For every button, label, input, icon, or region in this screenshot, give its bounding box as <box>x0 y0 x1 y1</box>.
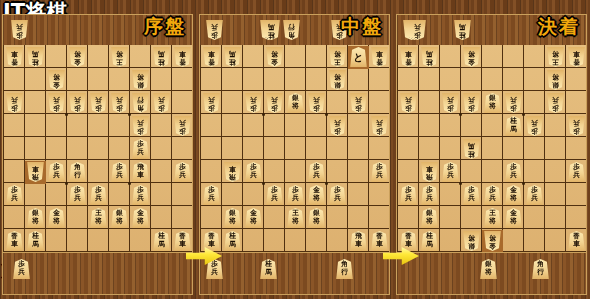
shogi-piece-P-sente[interactable]: 歩兵 <box>442 162 459 182</box>
shogi-piece-S-sente[interactable]: 銀将 <box>308 208 325 228</box>
piece-kanji: 馬 <box>32 49 39 57</box>
piece-kanji: 車 <box>405 49 412 57</box>
shogi-piece-P-gote[interactable]: 歩兵 <box>266 93 283 113</box>
shogi-piece-K-sente[interactable]: 王将 <box>484 208 501 228</box>
piece-kanji: 兵 <box>334 195 341 203</box>
shogi-piece-P-gote[interactable]: 歩兵 <box>442 93 459 113</box>
piece-kanji: 兵 <box>137 149 144 157</box>
piece-kanji: 将 <box>32 218 39 226</box>
shogi-piece-P-sente[interactable]: 歩兵 <box>505 162 522 182</box>
piece-kanji: 金 <box>53 80 60 88</box>
piece-kanji: 兵 <box>510 172 517 180</box>
piece-kanji: 歩 <box>531 126 538 134</box>
piece-kanji: 将 <box>510 195 517 203</box>
piece-kanji: 車 <box>208 49 215 57</box>
shogi-piece-P-sente[interactable]: 歩兵 <box>371 162 388 182</box>
shogi-board-3: 歩兵歩兵歩兵桂馬香車桂馬金将王将香車銀将歩兵歩兵歩兵銀将歩兵歩兵桂馬歩兵歩兵桂馬… <box>396 14 587 295</box>
piece-kanji: 兵 <box>510 95 517 103</box>
hoshi-dot <box>325 182 328 185</box>
piece-kanji: 歩 <box>414 30 421 38</box>
piece-kanji: 車 <box>11 241 18 249</box>
shogi-piece-G-gote[interactable]: 金将 <box>463 47 480 67</box>
shogi-piece-G-sente[interactable]: 金将 <box>505 208 522 228</box>
shogi-piece-S-sente[interactable]: 銀将 <box>484 93 501 113</box>
piece-kanji: 将 <box>468 233 475 241</box>
piece-kanji: 歩 <box>250 103 257 111</box>
piece-kanji: 馬 <box>229 241 236 249</box>
shogi-piece-P-sente[interactable]: 歩兵 <box>266 185 283 205</box>
shogi-piece-N-sente[interactable]: 桂馬 <box>421 231 438 251</box>
shogi-piece-P-gote[interactable]: 歩兵 <box>308 93 325 113</box>
piece-kanji: 車 <box>376 241 383 249</box>
piece-kanji: 兵 <box>53 95 60 103</box>
piece-kanji: 将 <box>334 49 341 57</box>
hoshi-dot <box>65 182 68 185</box>
shogi-piece-P-gote[interactable]: 歩兵 <box>132 116 149 136</box>
shogi-piece-G-gote[interactable]: 金将 <box>484 231 501 251</box>
shogi-piece-B-sente[interactable]: 角行 <box>532 259 549 279</box>
piece-kanji: 将 <box>468 49 475 57</box>
piece-kanji: 兵 <box>313 95 320 103</box>
piece-kanji: 馬 <box>32 241 39 249</box>
shogi-piece-P-sente[interactable]: 歩兵 <box>400 185 417 205</box>
piece-kanji: 歩 <box>376 126 383 134</box>
piece-kanji: 兵 <box>271 95 278 103</box>
piece-kanji: 銀 <box>552 80 559 88</box>
piece-kanji: 歩 <box>313 103 320 111</box>
piece-kanji: 兵 <box>573 118 580 126</box>
board-grid[interactable]: 香車桂馬金将王将香車銀将歩兵歩兵歩兵銀将歩兵歩兵桂馬歩兵歩兵桂馬飛車歩兵歩兵歩兵… <box>397 45 586 253</box>
shogi-piece-G-sente[interactable]: 金将 <box>48 208 65 228</box>
shogi-piece-P-gote[interactable]: 歩兵 <box>526 116 543 136</box>
shogi-piece-L-sente[interactable]: 香車 <box>568 231 585 251</box>
shogi-piece-P-gote[interactable]: 歩兵 <box>69 93 86 113</box>
piece-kanji: 将 <box>137 218 144 226</box>
hoshi-dot <box>522 113 525 116</box>
piece-kanji: 歩 <box>510 103 517 111</box>
piece-kanji: 車 <box>208 241 215 249</box>
piece-kanji: 将 <box>116 49 123 57</box>
piece-kanji: 歩 <box>158 103 165 111</box>
shogi-piece-K-gote[interactable]: 王将 <box>111 47 128 67</box>
shogi-piece-P-gote[interactable]: 歩兵 <box>409 20 426 40</box>
piece-kanji: 兵 <box>447 172 454 180</box>
piece-kanji: 兵 <box>447 95 454 103</box>
shogi-piece-K-gote[interactable]: 王将 <box>547 47 564 67</box>
piece-kanji: 兵 <box>137 195 144 203</box>
shogi-piece-N-sente[interactable]: 桂馬 <box>153 231 170 251</box>
shogi-piece-N-sente[interactable]: 桂馬 <box>224 231 241 251</box>
shogi-piece-L-gote[interactable]: 香車 <box>371 47 388 67</box>
shogi-piece-P-gote[interactable]: 歩兵 <box>174 116 191 136</box>
piece-kanji: 金 <box>468 57 475 65</box>
shogi-piece-S-sente[interactable]: 銀将 <box>421 208 438 228</box>
piece-kanji: 兵 <box>18 269 25 277</box>
shogi-piece-P-sente[interactable]: 歩兵 <box>13 259 30 279</box>
morita-shogi-screenshot: IT将棋 森田将棋 歩兵香車桂馬金将王将桂馬香車金将銀将歩兵歩兵歩兵歩兵歩兵角行… <box>0 0 590 299</box>
shogi-piece-P-sente[interactable]: 歩兵 <box>463 185 480 205</box>
shogi-piece-G-gote[interactable]: 金将 <box>48 70 65 90</box>
piece-kanji: 兵 <box>334 118 341 126</box>
piece-kanji: 車 <box>179 49 186 57</box>
piece-kanji: 香 <box>208 57 215 65</box>
piece-kanji: 兵 <box>426 195 433 203</box>
sente-captured-tray: 銀将角行 <box>397 252 586 296</box>
piece-kanji: 香 <box>179 57 186 65</box>
shogi-piece-P-gote[interactable]: 歩兵 <box>400 93 417 113</box>
piece-kanji: 兵 <box>158 95 165 103</box>
shogi-piece-P-sente[interactable]: 歩兵 <box>6 185 23 205</box>
shogi-piece-R-gote[interactable]: 飛車 <box>421 162 438 182</box>
piece-kanji: 歩 <box>334 126 341 134</box>
shogi-piece-N-gote[interactable]: 桂馬 <box>27 47 44 67</box>
shogi-piece-L-sente[interactable]: 香車 <box>174 231 191 251</box>
piece-kanji: 兵 <box>53 172 60 180</box>
piece-kanji: 歩 <box>447 103 454 111</box>
piece-kanji: 歩 <box>573 126 580 134</box>
shogi-piece-L-sente[interactable]: 香車 <box>6 231 23 251</box>
shogi-piece-S-sente[interactable]: 銀将 <box>480 259 497 279</box>
shogi-piece-R-gote[interactable]: 飛車 <box>27 162 44 182</box>
piece-kanji: 行 <box>537 269 544 277</box>
shogi-piece-G-gote[interactable]: 金将 <box>69 47 86 67</box>
piece-kanji: 兵 <box>292 195 299 203</box>
shogi-piece-K-sente[interactable]: 王将 <box>287 208 304 228</box>
piece-kanji: 桂 <box>459 30 466 38</box>
piece-kanji: 兵 <box>116 95 123 103</box>
piece-kanji: 歩 <box>53 103 60 111</box>
piece-kanji: 飛 <box>229 172 236 180</box>
piece-kanji: 将 <box>292 103 299 111</box>
piece-kanji: 将 <box>489 218 496 226</box>
piece-kanji: 歩 <box>211 30 218 38</box>
shogi-piece-P-gote[interactable]: 歩兵 <box>48 93 65 113</box>
shogi-piece-N-sente[interactable]: 桂馬 <box>505 116 522 136</box>
shogi-piece-G-sente[interactable]: 金将 <box>308 185 325 205</box>
piece-kanji: 兵 <box>95 195 102 203</box>
piece-kanji: 歩 <box>16 30 23 38</box>
shogi-piece-P-gote[interactable]: 歩兵 <box>547 93 564 113</box>
shogi-piece-N-gote[interactable]: 桂馬 <box>454 20 471 40</box>
piece-kanji: 将 <box>489 233 496 241</box>
shogi-piece-N-gote[interactable]: 桂馬 <box>463 139 480 159</box>
piece-kanji: 車 <box>573 49 580 57</box>
piece-kanji: と <box>354 52 364 63</box>
piece-kanji: 車 <box>573 241 580 249</box>
piece-kanji: 歩 <box>137 126 144 134</box>
shogi-piece-L-gote[interactable]: 香車 <box>174 47 191 67</box>
piece-kanji: 桂 <box>158 57 165 65</box>
piece-kanji: 歩 <box>95 103 102 111</box>
shogi-piece-N-sente[interactable]: 桂馬 <box>260 259 277 279</box>
phase-label-1: 序盤 <box>144 14 186 40</box>
piece-kanji: 兵 <box>414 22 421 30</box>
piece-kanji: 車 <box>229 164 236 172</box>
shogi-piece-P-gote[interactable]: 歩兵 <box>350 93 367 113</box>
shogi-piece-P-gote[interactable]: 歩兵 <box>505 93 522 113</box>
shogi-piece-P-gote[interactable]: 歩兵 <box>371 116 388 136</box>
shogi-piece-P-sente[interactable]: 歩兵 <box>287 185 304 205</box>
shogi-piece-P-sente[interactable]: 歩兵 <box>111 162 128 182</box>
piece-kanji: 将 <box>271 49 278 57</box>
piece-kanji: 将 <box>313 218 320 226</box>
piece-kanji: 車 <box>32 164 39 172</box>
sente-captured-tray: 歩兵桂馬角行 <box>200 252 389 296</box>
shogi-piece-B-gote[interactable]: 角行 <box>283 20 300 40</box>
shogi-piece-L-gote[interactable]: 香車 <box>203 47 220 67</box>
piece-kanji: 兵 <box>250 95 257 103</box>
shogi-piece-N-gote[interactable]: 桂馬 <box>224 47 241 67</box>
piece-kanji: 将 <box>292 218 299 226</box>
shogi-piece-L-gote[interactable]: 香車 <box>400 47 417 67</box>
shogi-piece-P-gote[interactable]: 歩兵 <box>463 93 480 113</box>
shogi-piece-P-sente[interactable]: 歩兵 <box>132 139 149 159</box>
piece-kanji: 歩 <box>116 103 123 111</box>
piece-kanji: 兵 <box>208 195 215 203</box>
hoshi-dot <box>459 113 462 116</box>
shogi-board-1: 歩兵香車桂馬金将王将桂馬香車金将銀将歩兵歩兵歩兵歩兵歩兵角行歩兵歩兵歩兵歩兵飛車… <box>2 14 193 295</box>
piece-kanji: 馬 <box>265 269 272 277</box>
shogi-piece-S-gote[interactable]: 銀将 <box>132 70 149 90</box>
piece-kanji: 馬 <box>158 241 165 249</box>
shogi-piece-P-sente[interactable]: 歩兵 <box>308 162 325 182</box>
piece-kanji: 歩 <box>405 103 412 111</box>
shogi-piece-R-sente[interactable]: 飛車 <box>132 162 149 182</box>
piece-kanji: 王 <box>334 57 341 65</box>
shogi-piece-P-sente[interactable]: 歩兵 <box>526 185 543 205</box>
hoshi-dot <box>262 182 265 185</box>
piece-kanji: 車 <box>137 172 144 180</box>
piece-kanji: 桂 <box>426 57 433 65</box>
piece-kanji: 銀 <box>468 241 475 249</box>
piece-kanji: 兵 <box>531 118 538 126</box>
shogi-piece-P-sente[interactable]: 歩兵 <box>568 162 585 182</box>
shogi-piece-P-gote[interactable]: 歩兵 <box>90 93 107 113</box>
piece-kanji: 香 <box>11 57 18 65</box>
shogi-piece-G-sente[interactable]: 金将 <box>245 208 262 228</box>
piece-kanji: 馬 <box>468 141 475 149</box>
piece-kanji: 行 <box>288 22 295 30</box>
piece-kanji: 歩 <box>208 103 215 111</box>
piece-kanji: 馬 <box>426 49 433 57</box>
shogi-piece-P-gote[interactable]: 歩兵 <box>245 93 262 113</box>
piece-kanji: 馬 <box>158 49 165 57</box>
piece-kanji: 兵 <box>468 195 475 203</box>
shogi-piece-N-sente[interactable]: 桂馬 <box>27 231 44 251</box>
piece-kanji: 将 <box>137 72 144 80</box>
piece-kanji: 香 <box>376 57 383 65</box>
piece-kanji: 兵 <box>376 118 383 126</box>
piece-kanji: 馬 <box>268 22 275 30</box>
piece-kanji: 将 <box>95 218 102 226</box>
piece-kanji: 将 <box>489 103 496 111</box>
shogi-piece-S-sente[interactable]: 銀将 <box>224 208 241 228</box>
piece-kanji: 角 <box>137 103 144 111</box>
piece-kanji: 歩 <box>74 103 81 111</box>
piece-kanji: 兵 <box>355 95 362 103</box>
piece-kanji: 兵 <box>211 269 218 277</box>
piece-kanji: 行 <box>74 172 81 180</box>
piece-kanji: 歩 <box>11 103 18 111</box>
shogi-piece-R-sente[interactable]: 飛車 <box>350 231 367 251</box>
shogi-piece-G-sente[interactable]: 金将 <box>132 208 149 228</box>
piece-kanji: 車 <box>11 49 18 57</box>
board-grid[interactable]: 香車桂馬金将王将桂馬香車金将銀将歩兵歩兵歩兵歩兵歩兵角行歩兵歩兵歩兵歩兵飛車歩兵… <box>3 45 192 253</box>
piece-kanji: 兵 <box>405 195 412 203</box>
shogi-piece-P-sente[interactable]: 歩兵 <box>245 162 262 182</box>
shogi-piece-P-sente[interactable]: 歩兵 <box>174 162 191 182</box>
piece-kanji: 歩 <box>468 103 475 111</box>
shogi-piece-P-sente[interactable]: 歩兵 <box>48 162 65 182</box>
shogi-piece-G-sente[interactable]: 金将 <box>505 185 522 205</box>
shogi-board-2: 歩兵桂馬桂馬角行歩兵香車桂馬金将王将と香車銀将歩兵歩兵歩兵銀将歩兵歩兵歩兵歩兵飛… <box>199 14 390 295</box>
shogi-piece-P-gote[interactable]: 歩兵 <box>568 116 585 136</box>
shogi-piece-T-sente[interactable]: と <box>350 47 367 67</box>
piece-kanji: 金 <box>489 241 496 249</box>
piece-kanji: 兵 <box>95 95 102 103</box>
piece-kanji: 兵 <box>313 172 320 180</box>
piece-kanji: 馬 <box>229 49 236 57</box>
shogi-piece-P-gote[interactable]: 歩兵 <box>203 93 220 113</box>
piece-kanji: 行 <box>137 95 144 103</box>
piece-kanji: 兵 <box>211 22 218 30</box>
phase-label-3: 決着 <box>538 14 580 40</box>
piece-kanji: 香 <box>573 57 580 65</box>
piece-kanji: 将 <box>485 269 492 277</box>
piece-kanji: 兵 <box>137 118 144 126</box>
piece-kanji: 兵 <box>468 95 475 103</box>
piece-kanji: 兵 <box>179 118 186 126</box>
piece-kanji: 兵 <box>531 195 538 203</box>
piece-kanji: 兵 <box>552 95 559 103</box>
shogi-piece-K-gote[interactable]: 王将 <box>329 47 346 67</box>
piece-kanji: 飛 <box>32 172 39 180</box>
shogi-piece-P-gote[interactable]: 歩兵 <box>6 93 23 113</box>
piece-kanji: 将 <box>53 72 60 80</box>
piece-kanji: 兵 <box>11 95 18 103</box>
piece-kanji: 飛 <box>426 172 433 180</box>
shogi-piece-P-gote[interactable]: 歩兵 <box>153 93 170 113</box>
shogi-piece-S-gote[interactable]: 銀将 <box>547 70 564 90</box>
piece-kanji: 桂 <box>229 57 236 65</box>
piece-kanji: 歩 <box>179 126 186 134</box>
hoshi-dot <box>262 113 265 116</box>
shogi-piece-L-gote[interactable]: 香車 <box>6 47 23 67</box>
shogi-piece-B-sente[interactable]: 角行 <box>69 162 86 182</box>
shogi-piece-P-gote[interactable]: 歩兵 <box>111 93 128 113</box>
piece-kanji: 将 <box>426 218 433 226</box>
shogi-piece-B-gote[interactable]: 角行 <box>132 93 149 113</box>
shogi-piece-S-gote[interactable]: 銀将 <box>329 70 346 90</box>
piece-kanji: 兵 <box>573 172 580 180</box>
board-grid[interactable]: 香車桂馬金将王将と香車銀将歩兵歩兵歩兵銀将歩兵歩兵歩兵歩兵飛車歩兵歩兵歩兵歩兵歩… <box>200 45 389 253</box>
hoshi-dot <box>522 182 525 185</box>
piece-kanji: 香 <box>405 57 412 65</box>
hoshi-dot <box>128 182 131 185</box>
piece-kanji: 将 <box>74 49 81 57</box>
shogi-piece-S-gote[interactable]: 銀将 <box>463 231 480 251</box>
piece-kanji: 王 <box>552 57 559 65</box>
piece-kanji: 角 <box>288 30 295 38</box>
piece-kanji: 将 <box>229 218 236 226</box>
piece-kanji: 桂 <box>268 30 275 38</box>
piece-kanji: 将 <box>510 218 517 226</box>
piece-kanji: 将 <box>313 195 320 203</box>
piece-kanji: 兵 <box>376 172 383 180</box>
shogi-piece-P-gote[interactable]: 歩兵 <box>11 20 28 40</box>
piece-kanji: 銀 <box>137 80 144 88</box>
piece-kanji: 兵 <box>405 95 412 103</box>
piece-kanji: 兵 <box>489 195 496 203</box>
piece-kanji: 兵 <box>74 195 81 203</box>
piece-kanji: 兵 <box>11 195 18 203</box>
piece-kanji: 銀 <box>334 80 341 88</box>
piece-kanji: 兵 <box>250 172 257 180</box>
piece-kanji: 兵 <box>16 22 23 30</box>
shogi-piece-P-sente[interactable]: 歩兵 <box>132 185 149 205</box>
shogi-piece-R-gote[interactable]: 飛車 <box>224 162 241 182</box>
piece-kanji: 車 <box>405 241 412 249</box>
piece-kanji: 金 <box>74 57 81 65</box>
shogi-piece-P-sente[interactable]: 歩兵 <box>69 185 86 205</box>
shogi-piece-S-sente[interactable]: 銀将 <box>27 208 44 228</box>
piece-kanji: 歩 <box>355 103 362 111</box>
piece-kanji: 桂 <box>468 149 475 157</box>
piece-kanji: 金 <box>271 57 278 65</box>
piece-kanji: 歩 <box>271 103 278 111</box>
phase-label-2: 中盤 <box>341 14 383 40</box>
piece-kanji: 行 <box>341 269 348 277</box>
piece-kanji: 馬 <box>459 22 466 30</box>
shogi-piece-S-sente[interactable]: 銀将 <box>111 208 128 228</box>
shogi-piece-P-sente[interactable]: 歩兵 <box>329 185 346 205</box>
piece-kanji: 王 <box>116 57 123 65</box>
shogi-piece-P-gote[interactable]: 歩兵 <box>206 20 223 40</box>
piece-kanji: 兵 <box>74 95 81 103</box>
piece-kanji: 将 <box>53 218 60 226</box>
shogi-piece-P-sente[interactable]: 歩兵 <box>484 185 501 205</box>
shogi-piece-G-gote[interactable]: 金将 <box>266 47 283 67</box>
shogi-piece-P-gote[interactable]: 歩兵 <box>329 116 346 136</box>
piece-kanji: 兵 <box>208 95 215 103</box>
shogi-piece-K-sente[interactable]: 王将 <box>90 208 107 228</box>
hoshi-dot <box>459 182 462 185</box>
sente-captured-tray: 歩兵 <box>3 252 192 296</box>
shogi-piece-N-gote[interactable]: 桂馬 <box>421 47 438 67</box>
piece-kanji: 将 <box>116 218 123 226</box>
shogi-piece-L-gote[interactable]: 香車 <box>568 47 585 67</box>
hoshi-dot <box>65 113 68 116</box>
shogi-piece-P-sente[interactable]: 歩兵 <box>90 185 107 205</box>
shogi-piece-N-gote[interactable]: 桂馬 <box>263 20 280 40</box>
piece-kanji: 将 <box>552 49 559 57</box>
piece-kanji: 兵 <box>116 172 123 180</box>
piece-kanji: 車 <box>179 241 186 249</box>
hoshi-dot <box>128 113 131 116</box>
shogi-piece-N-gote[interactable]: 桂馬 <box>153 47 170 67</box>
shogi-piece-P-sente[interactable]: 歩兵 <box>421 185 438 205</box>
shogi-piece-P-sente[interactable]: 歩兵 <box>203 185 220 205</box>
piece-kanji: 車 <box>355 241 362 249</box>
piece-kanji: 兵 <box>271 195 278 203</box>
piece-kanji: 桂 <box>32 57 39 65</box>
piece-kanji: 将 <box>250 218 257 226</box>
shogi-piece-B-sente[interactable]: 角行 <box>336 259 353 279</box>
shogi-piece-L-sente[interactable]: 香車 <box>371 231 388 251</box>
piece-kanji: 将 <box>334 72 341 80</box>
piece-kanji: 馬 <box>426 241 433 249</box>
shogi-piece-S-sente[interactable]: 銀将 <box>287 93 304 113</box>
